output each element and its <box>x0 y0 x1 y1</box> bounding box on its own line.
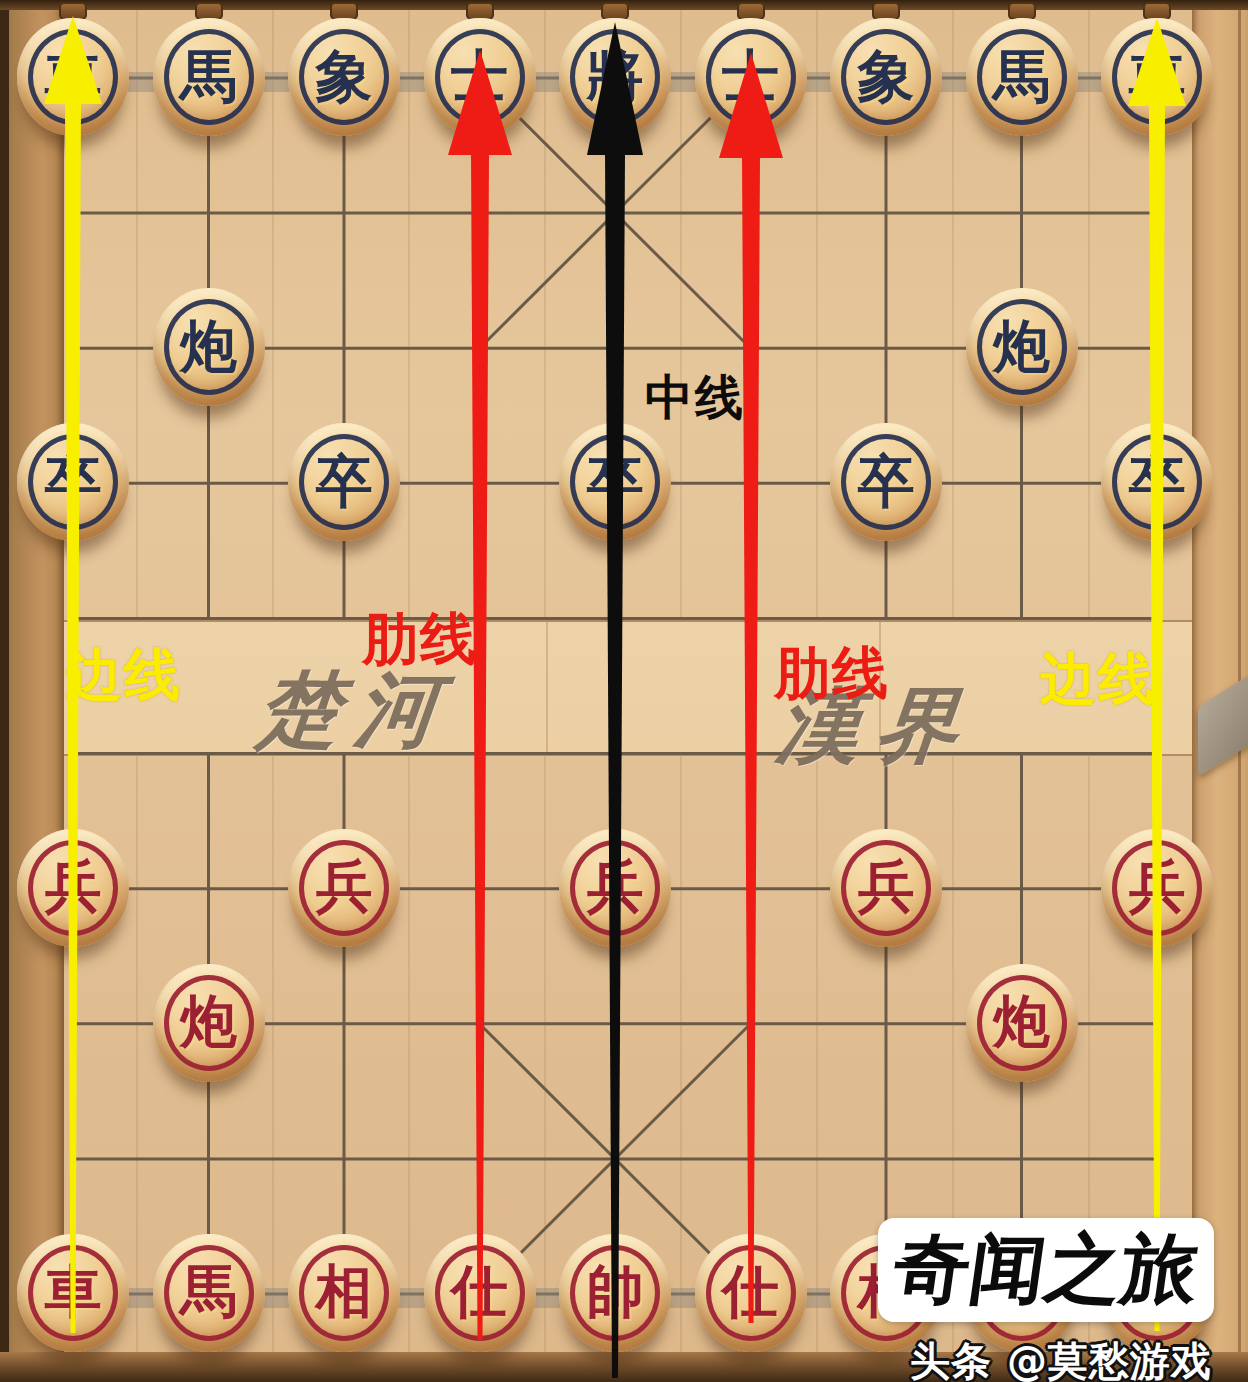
edge-line-right-arrow <box>1128 18 1186 1331</box>
center-line-arrow <box>587 22 643 1378</box>
rib-line-left-arrow <box>448 50 512 1340</box>
watermark-text: 奇闻之旅 <box>887 1219 1205 1322</box>
credit-text: 头条 @莫愁游戏 <box>910 1334 1212 1382</box>
rib-line-right-arrow <box>719 53 783 1323</box>
watermark-badge: 奇闻之旅 <box>878 1218 1214 1322</box>
xiangqi-board[interactable]: 楚河 漢界 中线 肋线 肋线 边线 边线 車馬象士將士象馬車炮炮卒卒卒卒卒兵兵兵… <box>0 0 1248 1382</box>
line-arrows <box>0 0 1248 1382</box>
edge-line-left-arrow <box>44 16 102 1333</box>
